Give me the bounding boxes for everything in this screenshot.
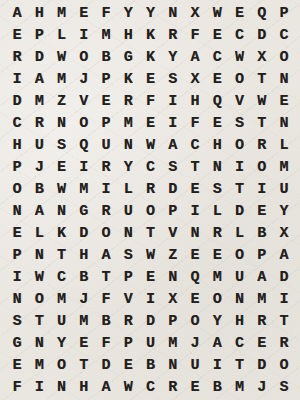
grid-cell[interactable]: C — [184, 135, 206, 157]
grid-cell[interactable]: O — [273, 354, 295, 376]
grid-cell[interactable]: S — [6, 310, 28, 332]
grid-cell[interactable]: N — [50, 376, 72, 398]
grid-cell[interactable]: M — [228, 376, 250, 398]
grid-cell[interactable]: U — [184, 354, 206, 376]
grid-cell[interactable]: W — [228, 47, 250, 69]
grid-cell[interactable]: Y — [162, 47, 184, 69]
grid-cell[interactable]: Y — [273, 201, 295, 223]
grid-cell[interactable]: C — [50, 266, 72, 288]
grid-cell[interactable]: E — [206, 69, 228, 91]
grid-cell[interactable]: M — [50, 3, 72, 25]
grid-cell[interactable]: Y — [139, 3, 161, 25]
grid-cell[interactable]: T — [273, 310, 295, 332]
grid-cell[interactable]: O — [228, 244, 250, 266]
grid-cell[interactable]: W — [50, 179, 72, 201]
grid-cell[interactable]: E — [6, 222, 28, 244]
grid-cell[interactable]: F — [184, 25, 206, 47]
grid-cell[interactable]: T — [28, 310, 50, 332]
grid-cell[interactable]: G — [6, 332, 28, 354]
grid-cell[interactable]: R — [251, 310, 273, 332]
grid-cell[interactable]: P — [6, 157, 28, 179]
grid-cell[interactable]: K — [50, 222, 72, 244]
grid-cell[interactable]: C — [206, 47, 228, 69]
grid-cell[interactable]: X — [184, 69, 206, 91]
grid-cell[interactable]: R — [95, 201, 117, 223]
grid-cell[interactable]: X — [162, 288, 184, 310]
grid-cell[interactable]: T — [139, 222, 161, 244]
grid-cell[interactable]: N — [273, 69, 295, 91]
grid-cell[interactable]: B — [95, 310, 117, 332]
grid-cell[interactable]: C — [228, 332, 250, 354]
grid-cell[interactable]: I — [251, 179, 273, 201]
grid-cell[interactable]: P — [273, 3, 295, 25]
grid-cell[interactable]: M — [73, 179, 95, 201]
grid-cell[interactable]: W — [28, 266, 50, 288]
grid-cell[interactable]: C — [6, 113, 28, 135]
grid-cell[interactable]: P — [95, 113, 117, 135]
grid-cell[interactable]: C — [273, 25, 295, 47]
grid-cell[interactable]: C — [228, 25, 250, 47]
grid-cell[interactable]: M — [273, 157, 295, 179]
grid-cell[interactable]: N — [228, 288, 250, 310]
grid-cell[interactable]: A — [251, 266, 273, 288]
grid-cell[interactable]: N — [273, 113, 295, 135]
grid-cell[interactable]: S — [117, 244, 139, 266]
grid-cell[interactable]: T — [50, 244, 72, 266]
grid-cell[interactable]: Q — [73, 135, 95, 157]
grid-cell[interactable]: J — [73, 288, 95, 310]
grid-cell[interactable]: L — [50, 25, 72, 47]
grid-cell[interactable]: H — [184, 91, 206, 113]
grid-cell[interactable]: F — [95, 332, 117, 354]
grid-cell[interactable]: P — [28, 25, 50, 47]
grid-cell[interactable]: S — [162, 69, 184, 91]
grid-cell[interactable]: Z — [50, 91, 72, 113]
grid-cell[interactable]: X — [273, 222, 295, 244]
grid-cell[interactable]: B — [139, 354, 161, 376]
grid-cell[interactable]: D — [95, 354, 117, 376]
grid-cell[interactable]: V — [162, 222, 184, 244]
grid-cell[interactable]: N — [50, 113, 72, 135]
grid-cell[interactable]: O — [228, 135, 250, 157]
grid-cell[interactable]: R — [251, 135, 273, 157]
grid-cell[interactable]: N — [6, 201, 28, 223]
grid-cell[interactable]: O — [73, 113, 95, 135]
grid-cell[interactable]: O — [95, 222, 117, 244]
grid-cell[interactable]: O — [228, 69, 250, 91]
grid-cell[interactable]: F — [95, 288, 117, 310]
grid-cell[interactable]: I — [6, 266, 28, 288]
grid-cell[interactable]: H — [73, 376, 95, 398]
grid-cell[interactable]: X — [251, 47, 273, 69]
grid-cell[interactable]: T — [251, 113, 273, 135]
grid-cell[interactable]: O — [273, 47, 295, 69]
grid-cell[interactable]: M — [28, 91, 50, 113]
grid-cell[interactable]: M — [162, 332, 184, 354]
grid-cell[interactable]: B — [28, 179, 50, 201]
grid-cell[interactable]: M — [95, 25, 117, 47]
grid-cell[interactable]: R — [162, 376, 184, 398]
grid-cell[interactable]: I — [162, 113, 184, 135]
grid-cell[interactable]: D — [251, 25, 273, 47]
grid-cell[interactable]: O — [251, 157, 273, 179]
grid-cell[interactable]: V — [228, 91, 250, 113]
grid-cell[interactable]: W — [139, 135, 161, 157]
grid-cell[interactable]: H — [73, 244, 95, 266]
grid-cell[interactable]: O — [184, 310, 206, 332]
grid-cell[interactable]: N — [184, 222, 206, 244]
grid-cell[interactable]: W — [117, 376, 139, 398]
grid-cell[interactable]: G — [73, 201, 95, 223]
grid-cell[interactable]: F — [95, 3, 117, 25]
grid-cell[interactable]: U — [95, 135, 117, 157]
grid-cell[interactable]: E — [184, 288, 206, 310]
grid-cell[interactable]: I — [6, 69, 28, 91]
grid-cell[interactable]: U — [50, 310, 72, 332]
grid-cell[interactable]: E — [206, 25, 228, 47]
grid-cell[interactable]: E — [6, 354, 28, 376]
grid-cell[interactable]: E — [139, 69, 161, 91]
grid-cell[interactable]: E — [184, 179, 206, 201]
grid-cell[interactable]: Y — [117, 3, 139, 25]
grid-cell[interactable]: M — [28, 354, 50, 376]
grid-cell[interactable]: I — [73, 157, 95, 179]
grid-cell[interactable]: X — [184, 3, 206, 25]
grid-cell[interactable]: I — [206, 354, 228, 376]
grid-cell[interactable]: U — [28, 135, 50, 157]
grid-cell[interactable]: Y — [117, 157, 139, 179]
grid-cell[interactable]: I — [139, 288, 161, 310]
grid-cell[interactable]: L — [206, 201, 228, 223]
grid-cell[interactable]: N — [117, 222, 139, 244]
grid-cell[interactable]: T — [95, 266, 117, 288]
grid-cell[interactable]: C — [139, 376, 161, 398]
grid-cell[interactable]: U — [139, 332, 161, 354]
grid-cell[interactable]: R — [162, 25, 184, 47]
grid-cell[interactable]: O — [50, 354, 72, 376]
grid-cell[interactable]: Y — [50, 332, 72, 354]
grid-cell[interactable]: V — [73, 91, 95, 113]
grid-cell[interactable]: K — [139, 47, 161, 69]
grid-cell[interactable]: N — [28, 332, 50, 354]
grid-cell[interactable]: S — [162, 157, 184, 179]
grid-cell[interactable]: D — [6, 91, 28, 113]
grid-cell[interactable]: E — [251, 332, 273, 354]
grid-cell[interactable]: J — [251, 376, 273, 398]
grid-cell[interactable]: E — [73, 3, 95, 25]
grid-cell[interactable]: I — [184, 201, 206, 223]
grid-cell[interactable]: I — [73, 25, 95, 47]
grid-cell[interactable]: J — [28, 157, 50, 179]
grid-cell[interactable]: P — [162, 201, 184, 223]
grid-cell[interactable]: B — [95, 47, 117, 69]
grid-cell[interactable]: S — [273, 376, 295, 398]
grid-cell[interactable]: N — [162, 354, 184, 376]
grid-cell[interactable]: T — [184, 157, 206, 179]
grid-cell[interactable]: S — [206, 179, 228, 201]
grid-cell[interactable]: R — [117, 310, 139, 332]
grid-cell[interactable]: D — [139, 310, 161, 332]
grid-cell[interactable]: L — [273, 135, 295, 157]
grid-cell[interactable]: P — [117, 332, 139, 354]
grid-cell[interactable]: A — [184, 47, 206, 69]
grid-cell[interactable]: Q — [206, 91, 228, 113]
grid-cell[interactable]: N — [162, 266, 184, 288]
grid-cell[interactable]: E — [50, 157, 72, 179]
grid-cell[interactable]: W — [139, 244, 161, 266]
grid-cell[interactable]: D — [73, 222, 95, 244]
grid-cell[interactable]: N — [28, 244, 50, 266]
grid-cell[interactable]: L — [28, 222, 50, 244]
grid-cell[interactable]: E — [184, 376, 206, 398]
grid-cell[interactable]: L — [228, 222, 250, 244]
grid-cell[interactable]: E — [251, 201, 273, 223]
grid-cell[interactable]: T — [73, 354, 95, 376]
grid-cell[interactable]: I — [162, 91, 184, 113]
grid-cell[interactable]: S — [50, 135, 72, 157]
grid-cell[interactable]: E — [73, 332, 95, 354]
grid-cell[interactable]: D — [28, 47, 50, 69]
grid-cell[interactable]: F — [6, 376, 28, 398]
grid-cell[interactable]: H — [28, 3, 50, 25]
grid-cell[interactable]: I — [28, 376, 50, 398]
grid-cell[interactable]: H — [206, 135, 228, 157]
grid-cell[interactable]: M — [50, 69, 72, 91]
grid-cell[interactable]: N — [117, 135, 139, 157]
grid-cell[interactable]: T — [228, 354, 250, 376]
grid-cell[interactable]: O — [73, 47, 95, 69]
grid-cell[interactable]: E — [228, 3, 250, 25]
grid-cell[interactable]: P — [95, 69, 117, 91]
grid-cell[interactable]: N — [6, 288, 28, 310]
grid-cell[interactable]: W — [50, 47, 72, 69]
grid-cell[interactable]: M — [117, 113, 139, 135]
grid-cell[interactable]: E — [6, 25, 28, 47]
grid-cell[interactable]: E — [206, 244, 228, 266]
grid-cell[interactable]: E — [139, 113, 161, 135]
grid-cell[interactable]: Y — [206, 310, 228, 332]
grid-cell[interactable]: R — [95, 157, 117, 179]
grid-cell[interactable]: A — [28, 201, 50, 223]
grid-cell[interactable]: Q — [251, 3, 273, 25]
grid-cell[interactable]: O — [206, 288, 228, 310]
grid-cell[interactable]: R — [6, 47, 28, 69]
grid-cell[interactable]: A — [95, 376, 117, 398]
grid-cell[interactable]: D — [273, 266, 295, 288]
grid-cell[interactable]: U — [117, 201, 139, 223]
grid-cell[interactable]: E — [273, 91, 295, 113]
grid-cell[interactable]: A — [95, 244, 117, 266]
grid-cell[interactable]: V — [117, 288, 139, 310]
grid-cell[interactable]: H — [228, 310, 250, 332]
grid-cell[interactable]: A — [6, 3, 28, 25]
grid-cell[interactable]: J — [73, 69, 95, 91]
grid-cell[interactable]: L — [117, 179, 139, 201]
grid-cell[interactable]: M — [251, 288, 273, 310]
grid-cell[interactable]: E — [139, 266, 161, 288]
grid-cell[interactable]: E — [95, 91, 117, 113]
grid-cell[interactable]: O — [6, 179, 28, 201]
grid-cell[interactable]: M — [206, 266, 228, 288]
grid-cell[interactable]: B — [206, 376, 228, 398]
grid-cell[interactable]: A — [162, 135, 184, 157]
grid-cell[interactable]: H — [6, 135, 28, 157]
grid-cell[interactable]: E — [184, 244, 206, 266]
grid-cell[interactable]: G — [117, 47, 139, 69]
grid-cell[interactable]: R — [206, 222, 228, 244]
letter-grid: AHMEFYYNXWEQPEPLIMHKRFECDCRDWOBGKYACWXOI… — [0, 0, 300, 400]
grid-cell[interactable]: P — [251, 244, 273, 266]
grid-cell[interactable]: A — [206, 332, 228, 354]
grid-cell[interactable]: D — [228, 201, 250, 223]
grid-cell[interactable]: I — [228, 157, 250, 179]
grid-cell[interactable]: P — [117, 266, 139, 288]
grid-cell[interactable]: K — [117, 69, 139, 91]
grid-cell[interactable]: M — [50, 288, 72, 310]
grid-cell[interactable]: F — [184, 113, 206, 135]
grid-cell[interactable]: E — [206, 113, 228, 135]
grid-cell[interactable]: H — [117, 25, 139, 47]
grid-cell[interactable]: P — [162, 310, 184, 332]
grid-cell[interactable]: U — [228, 266, 250, 288]
grid-cell[interactable]: T — [228, 179, 250, 201]
grid-cell[interactable]: J — [184, 332, 206, 354]
grid-cell[interactable]: P — [6, 244, 28, 266]
grid-cell[interactable]: O — [139, 201, 161, 223]
grid-cell[interactable]: W — [206, 3, 228, 25]
grid-cell[interactable]: I — [273, 288, 295, 310]
grid-cell[interactable]: I — [95, 179, 117, 201]
grid-cell[interactable]: R — [273, 332, 295, 354]
grid-cell[interactable]: R — [28, 113, 50, 135]
grid-cell[interactable]: D — [251, 354, 273, 376]
grid-cell[interactable]: E — [117, 354, 139, 376]
grid-cell[interactable]: Q — [184, 266, 206, 288]
grid-cell[interactable]: N — [162, 3, 184, 25]
grid-cell[interactable]: D — [162, 179, 184, 201]
grid-cell[interactable]: S — [228, 113, 250, 135]
grid-cell[interactable]: B — [73, 266, 95, 288]
grid-cell[interactable]: F — [139, 91, 161, 113]
grid-cell[interactable]: A — [273, 244, 295, 266]
grid-cell[interactable]: A — [28, 69, 50, 91]
grid-cell[interactable]: W — [251, 91, 273, 113]
grid-cell[interactable]: N — [50, 201, 72, 223]
grid-cell[interactable]: K — [139, 25, 161, 47]
word-search-board: AHMEFYYNXWEQPEPLIMHKRFECDCRDWOBGKYACWXOI… — [0, 0, 300, 400]
grid-cell[interactable]: C — [139, 157, 161, 179]
grid-cell[interactable]: T — [251, 69, 273, 91]
grid-cell[interactable]: R — [139, 179, 161, 201]
grid-cell[interactable]: U — [273, 179, 295, 201]
grid-cell[interactable]: O — [28, 288, 50, 310]
grid-cell[interactable]: R — [117, 91, 139, 113]
grid-cell[interactable]: B — [251, 222, 273, 244]
grid-cell[interactable]: N — [206, 157, 228, 179]
grid-cell[interactable]: M — [73, 310, 95, 332]
grid-cell[interactable]: Z — [162, 244, 184, 266]
